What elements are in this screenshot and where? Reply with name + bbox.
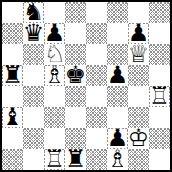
square-b1[interactable]	[23, 149, 44, 170]
square-c4[interactable]	[44, 86, 65, 107]
square-e8[interactable]	[86, 2, 107, 23]
square-b6[interactable]	[23, 44, 44, 65]
square-d4[interactable]	[65, 86, 86, 107]
square-c7[interactable]: ♟	[44, 23, 65, 44]
square-b5[interactable]	[23, 65, 44, 86]
square-d1[interactable]: ♜	[65, 149, 86, 170]
square-h6[interactable]	[149, 44, 170, 65]
square-h7[interactable]	[149, 23, 170, 44]
square-f1[interactable]: ♗	[107, 149, 128, 170]
square-a7[interactable]	[2, 23, 23, 44]
square-e6[interactable]	[86, 44, 107, 65]
square-e4[interactable]	[86, 86, 107, 107]
square-c6[interactable]: ♘	[44, 44, 65, 65]
square-f6[interactable]	[107, 44, 128, 65]
square-g4[interactable]	[128, 86, 149, 107]
square-d6[interactable]	[65, 44, 86, 65]
square-b7[interactable]: ♛	[23, 23, 44, 44]
square-g2[interactable]: ♔	[128, 128, 149, 149]
square-b2[interactable]	[23, 128, 44, 149]
square-h2[interactable]	[149, 128, 170, 149]
square-e7[interactable]	[86, 23, 107, 44]
square-a5[interactable]: ♜	[2, 65, 23, 86]
square-a8[interactable]	[2, 2, 23, 23]
square-c2[interactable]	[44, 128, 65, 149]
piece-black-pawn: ♟	[108, 129, 127, 148]
square-a2[interactable]	[2, 128, 23, 149]
piece-white-king: ♔	[129, 129, 148, 148]
piece-white-knight: ♘	[45, 45, 64, 64]
chess-diagram: ♞♛♟♟♘♕♜♗♚♟♖♝♟♔♖♜♗	[0, 0, 172, 172]
square-h3[interactable]	[149, 107, 170, 128]
square-e1[interactable]	[86, 149, 107, 170]
piece-black-knight: ♞	[24, 3, 43, 22]
square-f3[interactable]	[107, 107, 128, 128]
piece-black-pawn: ♟	[108, 66, 127, 85]
square-f5[interactable]: ♟	[107, 65, 128, 86]
piece-black-queen: ♛	[24, 24, 43, 43]
square-a1[interactable]	[2, 149, 23, 170]
square-d8[interactable]	[65, 2, 86, 23]
piece-black-rook: ♜	[66, 150, 85, 169]
square-g3[interactable]	[128, 107, 149, 128]
piece-white-bishop: ♗	[45, 66, 64, 85]
square-c3[interactable]	[44, 107, 65, 128]
square-g7[interactable]: ♟	[128, 23, 149, 44]
square-f7[interactable]	[107, 23, 128, 44]
piece-white-rook: ♖	[45, 150, 64, 169]
square-a3[interactable]: ♝	[2, 107, 23, 128]
piece-black-rook: ♜	[3, 66, 22, 85]
square-d3[interactable]	[65, 107, 86, 128]
square-b3[interactable]	[23, 107, 44, 128]
chess-board: ♞♛♟♟♘♕♜♗♚♟♖♝♟♔♖♜♗	[0, 0, 172, 172]
square-a6[interactable]	[2, 44, 23, 65]
square-h4[interactable]: ♖	[149, 86, 170, 107]
square-f4[interactable]	[107, 86, 128, 107]
square-c8[interactable]	[44, 2, 65, 23]
square-c5[interactable]: ♗	[44, 65, 65, 86]
square-e5[interactable]	[86, 65, 107, 86]
piece-black-pawn: ♟	[45, 24, 64, 43]
piece-white-rook: ♖	[150, 87, 169, 106]
square-g8[interactable]	[128, 2, 149, 23]
square-c1[interactable]: ♖	[44, 149, 65, 170]
piece-white-bishop: ♗	[108, 150, 127, 169]
square-b8[interactable]: ♞	[23, 2, 44, 23]
square-d7[interactable]	[65, 23, 86, 44]
piece-black-bishop: ♝	[3, 108, 22, 127]
square-f2[interactable]: ♟	[107, 128, 128, 149]
square-h5[interactable]	[149, 65, 170, 86]
square-g5[interactable]	[128, 65, 149, 86]
square-d2[interactable]	[65, 128, 86, 149]
piece-black-pawn: ♟	[129, 24, 148, 43]
square-a4[interactable]	[2, 86, 23, 107]
piece-black-king: ♚	[66, 66, 85, 85]
square-g6[interactable]: ♕	[128, 44, 149, 65]
square-f8[interactable]	[107, 2, 128, 23]
square-d5[interactable]: ♚	[65, 65, 86, 86]
square-h1[interactable]	[149, 149, 170, 170]
square-g1[interactable]	[128, 149, 149, 170]
square-b4[interactable]	[23, 86, 44, 107]
square-e3[interactable]	[86, 107, 107, 128]
piece-white-queen: ♕	[129, 45, 148, 64]
square-h8[interactable]	[149, 2, 170, 23]
square-e2[interactable]	[86, 128, 107, 149]
